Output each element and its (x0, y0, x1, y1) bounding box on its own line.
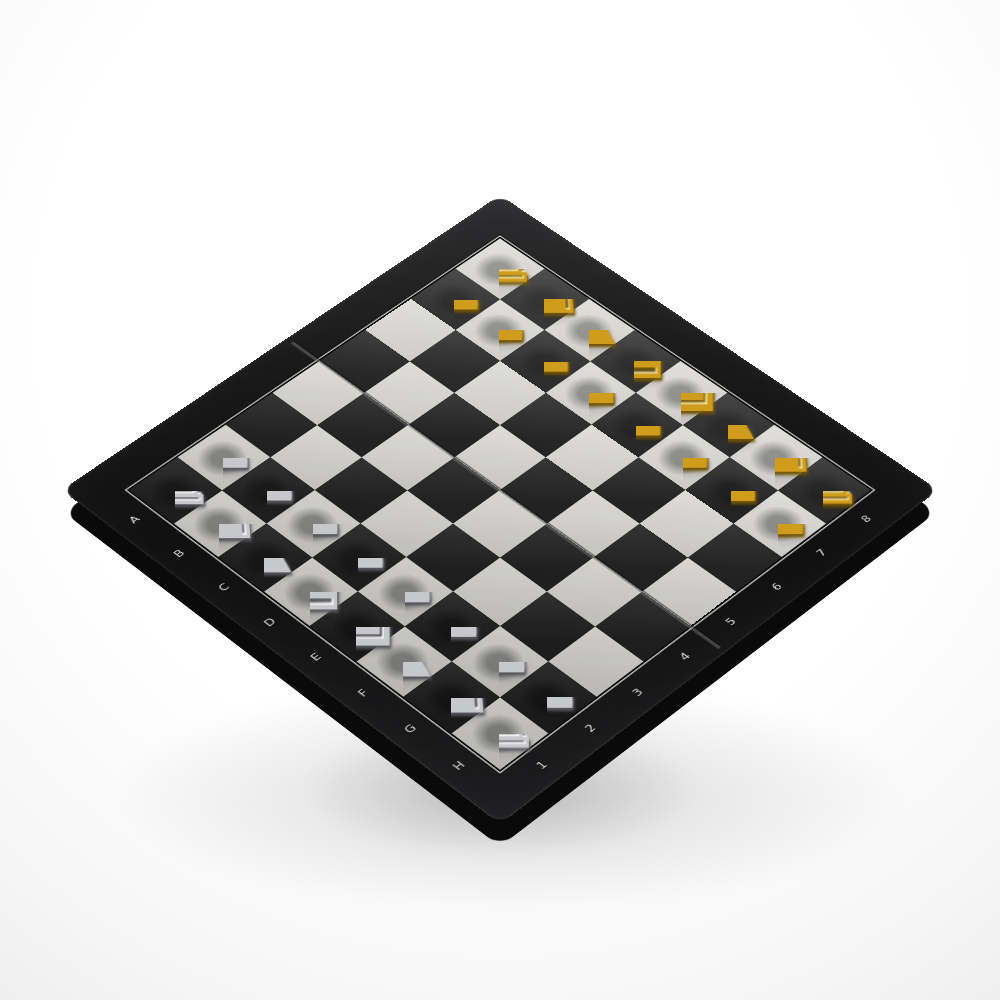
square-h7[interactable]: ♟ (733, 490, 826, 557)
board-grid: ♜♞♝♛♚♝♞♜♟♟♟♟♟♟♟♟♟♟♟♟♟♟♟♟♜♞♝♛♚♝♞♜ (129, 238, 870, 769)
pawn-glyph: ♟ (742, 451, 816, 550)
photo-scene: ♜♞♝♛♚♝♞♜♟♟♟♟♟♟♟♟♟♟♟♟♟♟♟♟♜♞♝♛♚♝♞♜ ABCDEFG… (0, 0, 1000, 1000)
